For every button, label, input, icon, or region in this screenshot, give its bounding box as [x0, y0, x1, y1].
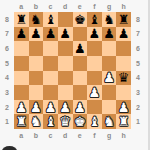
square-f8[interactable]: ♝: [87, 12, 102, 27]
square-g1[interactable]: ♞: [102, 114, 117, 129]
file-labels-top: abcdefgh: [14, 0, 131, 12]
square-d1[interactable]: ♛: [58, 114, 73, 129]
square-e1[interactable]: ♚: [73, 114, 88, 129]
file-label-bottom-h: h: [116, 129, 131, 141]
rank-labels-left: 87654321: [0, 12, 14, 129]
file-label-bottom-c: c: [43, 129, 58, 141]
rank-label-left-5: 5: [0, 56, 14, 71]
piece-black-queen[interactable]: ♛: [118, 71, 130, 84]
rank-label-right-3: 3: [131, 85, 145, 100]
square-b8[interactable]: ♞: [29, 12, 44, 27]
square-a8[interactable]: ♜: [14, 12, 29, 27]
piece-white-knight[interactable]: ♞: [30, 115, 42, 128]
square-b7[interactable]: ♟: [29, 27, 44, 42]
piece-black-pawn[interactable]: ♟: [118, 27, 130, 40]
piece-black-pawn[interactable]: ♟: [103, 27, 115, 40]
piece-white-bishop[interactable]: ♝: [45, 115, 57, 128]
square-f7[interactable]: ♟: [87, 27, 102, 42]
piece-black-pawn[interactable]: ♟: [89, 27, 101, 40]
square-d5[interactable]: [58, 56, 73, 71]
square-b3[interactable]: [29, 85, 44, 100]
rank-label-left-6: 6: [0, 41, 14, 56]
piece-black-knight[interactable]: ♞: [103, 13, 115, 26]
file-label-bottom-g: g: [102, 129, 117, 141]
square-c5[interactable]: [43, 56, 58, 71]
file-label-bottom-f: f: [87, 129, 102, 141]
piece-white-bishop[interactable]: ♝: [89, 115, 101, 128]
piece-white-pawn[interactable]: ♟: [103, 71, 115, 84]
square-b6[interactable]: [29, 41, 44, 56]
square-c6[interactable]: [43, 41, 58, 56]
square-d2[interactable]: ♟: [58, 100, 73, 115]
square-c2[interactable]: ♟: [43, 100, 58, 115]
square-h2[interactable]: ♟: [116, 100, 131, 115]
file-label-top-a: a: [14, 0, 29, 12]
square-a5[interactable]: [14, 56, 29, 71]
square-d6[interactable]: [58, 41, 73, 56]
square-c4[interactable]: [43, 71, 58, 86]
piece-white-pawn[interactable]: ♟: [74, 101, 86, 114]
square-f2[interactable]: [87, 100, 102, 115]
square-b2[interactable]: ♟: [29, 100, 44, 115]
file-label-bottom-d: d: [58, 129, 73, 141]
piece-black-king[interactable]: ♚: [74, 13, 86, 26]
rank-label-right-1: 1: [131, 114, 145, 129]
piece-white-rook[interactable]: ♜: [15, 115, 27, 128]
square-h4[interactable]: ♛: [116, 71, 131, 86]
square-f4[interactable]: [87, 71, 102, 86]
square-a7[interactable]: ♟: [14, 27, 29, 42]
square-a6[interactable]: [14, 41, 29, 56]
square-e8[interactable]: ♚: [73, 12, 88, 27]
rank-label-left-8: 8: [0, 12, 14, 27]
square-c3[interactable]: [43, 85, 58, 100]
piece-white-pawn[interactable]: ♟: [59, 101, 71, 114]
piece-black-pawn[interactable]: ♟: [59, 27, 71, 40]
piece-black-rook[interactable]: ♜: [15, 13, 27, 26]
rank-label-left-7: 7: [0, 27, 14, 42]
square-h1[interactable]: ♜: [116, 114, 131, 129]
piece-black-pawn[interactable]: ♟: [45, 27, 57, 40]
file-label-bottom-e: e: [73, 129, 88, 141]
rank-label-left-2: 2: [0, 100, 14, 115]
square-d3[interactable]: [58, 85, 73, 100]
file-label-top-c: c: [43, 0, 58, 12]
piece-white-queen[interactable]: ♛: [59, 115, 71, 128]
file-label-top-b: b: [29, 0, 44, 12]
piece-black-pawn[interactable]: ♟: [15, 27, 27, 40]
square-h5[interactable]: [116, 56, 131, 71]
rank-label-right-8: 8: [131, 12, 145, 27]
rank-label-right-2: 2: [131, 100, 145, 115]
file-label-top-f: f: [87, 0, 102, 12]
square-b4[interactable]: [29, 71, 44, 86]
square-a2[interactable]: ♟: [14, 100, 29, 115]
square-c8[interactable]: ♝: [43, 12, 58, 27]
square-a4[interactable]: [14, 71, 29, 86]
square-h6[interactable]: [116, 41, 131, 56]
piece-white-king[interactable]: ♚: [74, 115, 86, 128]
square-h7[interactable]: ♟: [116, 27, 131, 42]
square-g7[interactable]: ♟: [102, 27, 117, 42]
file-label-bottom-b: b: [29, 129, 44, 141]
chess-app-screenshot: abcdefgh 87654321 ♜♞♝♚♝♞♜♟♟♟♟♟♟♟♟♟♛♟♟♟♟♟…: [0, 0, 150, 150]
square-f3[interactable]: ♟: [87, 85, 102, 100]
chessboard: ♜♞♝♚♝♞♜♟♟♟♟♟♟♟♟♟♛♟♟♟♟♟♟♟♜♞♝♛♚♝♞♜: [14, 12, 131, 129]
square-e3[interactable]: [73, 85, 88, 100]
square-g6[interactable]: [102, 41, 117, 56]
square-g3[interactable]: [102, 85, 117, 100]
square-a3[interactable]: [14, 85, 29, 100]
square-a1[interactable]: ♜: [14, 114, 29, 129]
piece-white-pawn[interactable]: ♟: [89, 86, 101, 99]
square-g8[interactable]: ♞: [102, 12, 117, 27]
piece-white-rook[interactable]: ♜: [118, 115, 130, 128]
piece-black-knight[interactable]: ♞: [30, 13, 42, 26]
square-b5[interactable]: [29, 56, 44, 71]
square-h8[interactable]: ♜: [116, 12, 131, 27]
file-label-top-h: h: [116, 0, 131, 12]
piece-black-bishop[interactable]: ♝: [89, 13, 101, 26]
square-d7[interactable]: ♟: [58, 27, 73, 42]
square-d8[interactable]: [58, 12, 73, 27]
window-right-edge: [148, 0, 150, 150]
piece-black-rook[interactable]: ♜: [118, 13, 130, 26]
piece-black-pawn[interactable]: ♟: [74, 42, 86, 55]
piece-white-pawn[interactable]: ♟: [30, 101, 42, 114]
piece-white-pawn[interactable]: ♟: [118, 101, 130, 114]
square-e2[interactable]: ♟: [73, 100, 88, 115]
square-f5[interactable]: [87, 56, 102, 71]
square-d4[interactable]: [58, 71, 73, 86]
square-e7[interactable]: [73, 27, 88, 42]
file-label-top-g: g: [102, 0, 117, 12]
square-c1[interactable]: ♝: [43, 114, 58, 129]
file-label-top-e: e: [73, 0, 88, 12]
square-b1[interactable]: ♞: [29, 114, 44, 129]
rank-label-left-1: 1: [0, 114, 14, 129]
file-label-bottom-a: a: [14, 129, 29, 141]
rank-label-right-4: 4: [131, 71, 145, 86]
piece-black-bishop[interactable]: ♝: [45, 13, 57, 26]
rank-label-left-4: 4: [0, 71, 14, 86]
square-f6[interactable]: [87, 41, 102, 56]
rank-label-right-6: 6: [131, 41, 145, 56]
square-e5[interactable]: [73, 56, 88, 71]
square-e6[interactable]: ♟: [73, 41, 88, 56]
square-g2[interactable]: [102, 100, 117, 115]
square-f1[interactable]: ♝: [87, 114, 102, 129]
square-h3[interactable]: [116, 85, 131, 100]
square-c7[interactable]: ♟: [43, 27, 58, 42]
rank-label-right-7: 7: [131, 27, 145, 42]
bottom-left-partial-circle: [2, 146, 17, 150]
piece-white-pawn[interactable]: ♟: [15, 101, 27, 114]
file-labels-bottom: abcdefgh: [14, 129, 131, 141]
rank-label-left-3: 3: [0, 85, 14, 100]
rank-labels-right: 87654321: [131, 12, 145, 129]
piece-white-knight[interactable]: ♞: [103, 115, 115, 128]
square-g5[interactable]: [102, 56, 117, 71]
square-g4[interactable]: ♟: [102, 71, 117, 86]
square-e4[interactable]: [73, 71, 88, 86]
rank-label-right-5: 5: [131, 56, 145, 71]
file-label-top-d: d: [58, 0, 73, 12]
piece-black-pawn[interactable]: ♟: [30, 27, 42, 40]
piece-white-pawn[interactable]: ♟: [45, 101, 57, 114]
